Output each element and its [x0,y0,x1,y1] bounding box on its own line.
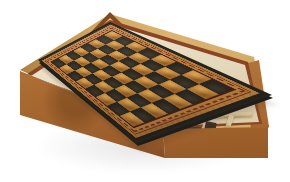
photo-canvas [0,0,290,182]
